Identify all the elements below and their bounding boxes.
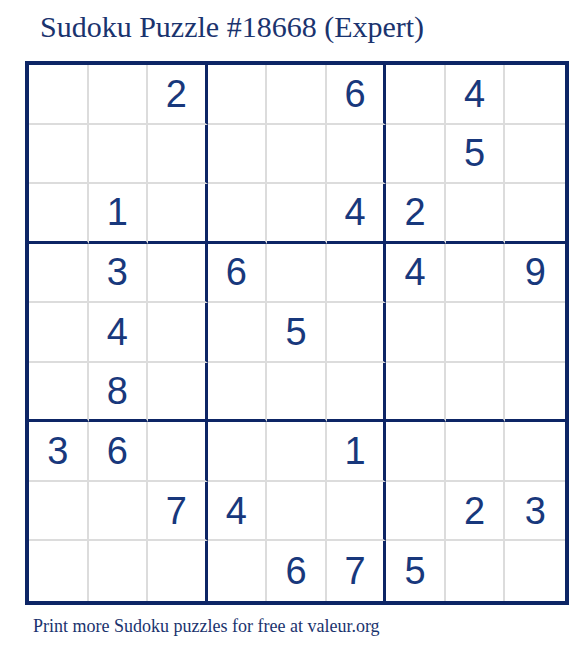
cell-r4c3 (148, 244, 208, 304)
cell-r1c5 (267, 65, 327, 125)
cell-r7c8 (446, 422, 506, 482)
cell-r7c2: 6 (89, 422, 149, 482)
cell-r1c7 (386, 65, 446, 125)
cell-r8c6 (327, 482, 387, 542)
cell-r5c5: 5 (267, 303, 327, 363)
cell-r3c8 (446, 184, 506, 244)
cell-r3c6: 4 (327, 184, 387, 244)
cell-r7c1: 3 (29, 422, 89, 482)
cell-r8c1 (29, 482, 89, 542)
cell-r1c4 (208, 65, 268, 125)
cell-r6c1 (29, 363, 89, 423)
cell-r2c5 (267, 125, 327, 185)
cell-r6c5 (267, 363, 327, 423)
cell-r2c4 (208, 125, 268, 185)
cell-r6c8 (446, 363, 506, 423)
cell-r5c1 (29, 303, 89, 363)
cell-r6c7 (386, 363, 446, 423)
cell-r2c9 (505, 125, 565, 185)
cell-r3c5 (267, 184, 327, 244)
cell-r2c3 (148, 125, 208, 185)
cell-r2c2 (89, 125, 149, 185)
cell-r1c2 (89, 65, 149, 125)
cell-r4c7: 4 (386, 244, 446, 304)
cell-r4c4: 6 (208, 244, 268, 304)
cell-r5c2: 4 (89, 303, 149, 363)
cell-r3c3 (148, 184, 208, 244)
cell-r5c4 (208, 303, 268, 363)
cell-r5c9 (505, 303, 565, 363)
cell-r7c5 (267, 422, 327, 482)
cell-r8c4: 4 (208, 482, 268, 542)
cell-r8c5 (267, 482, 327, 542)
cell-r2c1 (29, 125, 89, 185)
cell-r9c1 (29, 541, 89, 601)
cell-r4c9: 9 (505, 244, 565, 304)
cell-r8c9: 3 (505, 482, 565, 542)
cell-r8c8: 2 (446, 482, 506, 542)
cell-r9c2 (89, 541, 149, 601)
cell-r9c3 (148, 541, 208, 601)
cell-r3c9 (505, 184, 565, 244)
cell-r6c6 (327, 363, 387, 423)
cell-r4c5 (267, 244, 327, 304)
cell-r3c1 (29, 184, 89, 244)
cell-r8c3: 7 (148, 482, 208, 542)
cell-r4c6 (327, 244, 387, 304)
cell-r2c7 (386, 125, 446, 185)
cell-r9c4 (208, 541, 268, 601)
cell-r1c1 (29, 65, 89, 125)
cell-r3c2: 1 (89, 184, 149, 244)
cell-r7c6: 1 (327, 422, 387, 482)
cell-r5c8 (446, 303, 506, 363)
cell-r1c3: 2 (148, 65, 208, 125)
cell-r1c9 (505, 65, 565, 125)
cell-r4c2: 3 (89, 244, 149, 304)
cell-r9c6: 7 (327, 541, 387, 601)
cell-r8c7 (386, 482, 446, 542)
cell-r7c7 (386, 422, 446, 482)
sudoku-board: 264514236494583617423675 (25, 61, 569, 605)
cell-r5c7 (386, 303, 446, 363)
puzzle-title: Sudoku Puzzle #18668 (Expert) (40, 10, 424, 44)
footer-note: Print more Sudoku puzzles for free at va… (33, 614, 380, 638)
cell-r2c8: 5 (446, 125, 506, 185)
cell-r6c4 (208, 363, 268, 423)
cell-r6c9 (505, 363, 565, 423)
cell-r4c1 (29, 244, 89, 304)
cell-r3c4 (208, 184, 268, 244)
cell-r2c6 (327, 125, 387, 185)
cell-r9c7: 5 (386, 541, 446, 601)
cell-r8c2 (89, 482, 149, 542)
cell-r7c4 (208, 422, 268, 482)
cell-r9c9 (505, 541, 565, 601)
cell-r5c6 (327, 303, 387, 363)
cell-r1c8: 4 (446, 65, 506, 125)
cell-r5c3 (148, 303, 208, 363)
cell-r6c2: 8 (89, 363, 149, 423)
cell-r7c9 (505, 422, 565, 482)
cell-r9c5: 6 (267, 541, 327, 601)
cell-r3c7: 2 (386, 184, 446, 244)
cell-r9c8 (446, 541, 506, 601)
cell-r1c6: 6 (327, 65, 387, 125)
cell-r4c8 (446, 244, 506, 304)
cell-r7c3 (148, 422, 208, 482)
cell-r6c3 (148, 363, 208, 423)
